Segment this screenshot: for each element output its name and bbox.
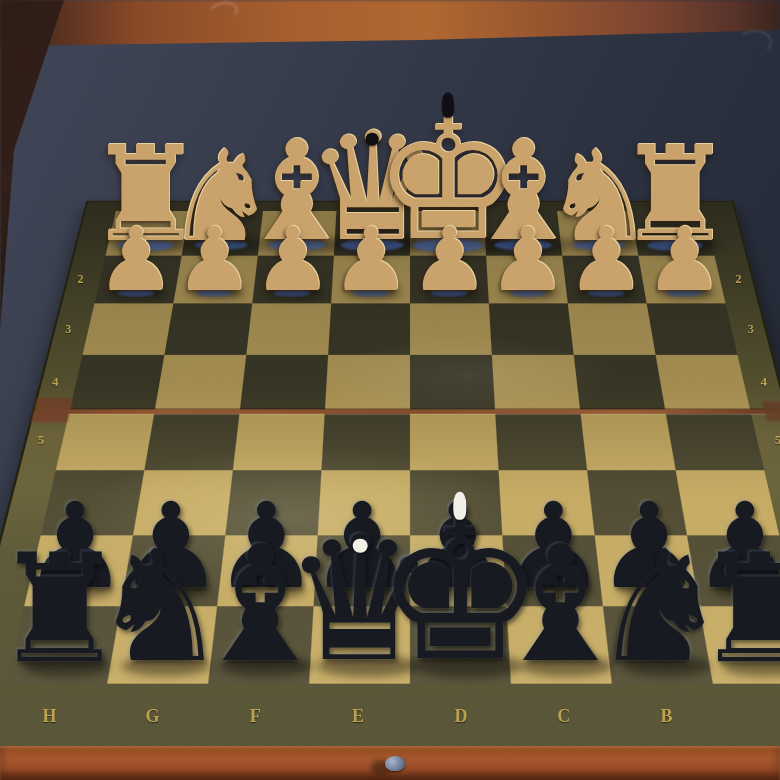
square	[233, 410, 325, 470]
coordinate-label: E	[352, 706, 365, 727]
square	[665, 410, 764, 470]
square	[246, 303, 331, 354]
square	[56, 410, 155, 470]
coordinate-label: F	[250, 706, 262, 727]
square	[325, 355, 410, 410]
board-hinge	[34, 409, 780, 413]
coordinate-label: B	[661, 706, 674, 727]
piece-white-pawn: ♟	[331, 215, 410, 303]
square	[410, 303, 492, 354]
square	[144, 410, 240, 470]
coordinate-label: 3	[65, 321, 72, 336]
square	[410, 355, 495, 410]
square	[568, 303, 656, 354]
piece-white-pawn: ♟	[645, 215, 724, 303]
king-finial	[442, 92, 454, 117]
king-finial	[453, 492, 466, 521]
queen-finial	[353, 538, 368, 553]
coordinate-label: 5	[775, 432, 780, 448]
square	[495, 410, 587, 470]
piece-white-pawn: ♟	[96, 215, 175, 303]
square	[321, 410, 410, 470]
board-clasp	[385, 756, 405, 771]
coordinate-label: 3	[748, 321, 755, 336]
coordinate-label: 5	[38, 432, 46, 448]
square	[83, 303, 174, 354]
piece-white-pawn: ♟	[566, 215, 645, 303]
piece-white-pawn: ♟	[253, 215, 332, 303]
square	[580, 410, 676, 470]
square	[656, 355, 751, 410]
coordinate-label: 4	[761, 374, 769, 390]
hinge-wood-left	[32, 398, 73, 422]
coordinate-label: D	[454, 706, 468, 727]
coordinate-label: H	[43, 706, 58, 727]
square	[410, 410, 499, 470]
square	[240, 355, 328, 410]
coordinate-label: 4	[52, 374, 60, 390]
square	[328, 303, 410, 354]
square	[70, 355, 165, 410]
square	[492, 355, 580, 410]
square	[647, 303, 738, 354]
square	[164, 303, 252, 354]
coordinate-label: 2	[735, 272, 742, 287]
hinge-wood-right	[762, 402, 780, 421]
square	[574, 355, 666, 410]
coordinate-label: 2	[78, 272, 85, 287]
background-furniture	[0, 0, 780, 48]
square	[489, 303, 574, 354]
queen-finial	[366, 133, 379, 146]
piece-black-rook: ♜	[693, 534, 780, 684]
coordinate-label: C	[557, 706, 571, 727]
piece-white-pawn: ♟	[488, 215, 567, 303]
coordinate-label: G	[145, 706, 160, 727]
table-smudge-mark	[738, 30, 772, 54]
piece-white-pawn: ♟	[410, 215, 489, 303]
piece-white-pawn: ♟	[175, 215, 254, 303]
square	[155, 355, 247, 410]
photo-scene: HGFEDCB23452345 ♜♞♝♛♚♝♞♜♟♟♟♟♟♟♟♟♟♟♟♟♟♟♟♟…	[0, 0, 780, 780]
